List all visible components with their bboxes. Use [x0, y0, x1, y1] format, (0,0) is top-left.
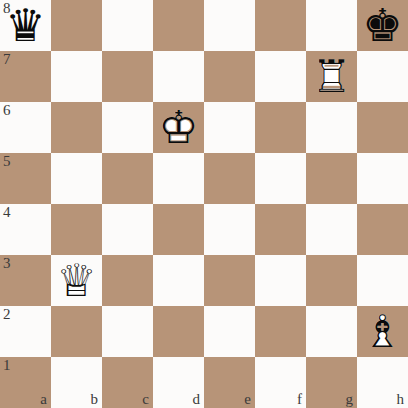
square-g3[interactable] — [306, 255, 357, 306]
square-e4[interactable] — [204, 204, 255, 255]
piece-outline: ♔ — [158, 101, 198, 154]
piece-white-rook[interactable]: ♜♖ — [311, 54, 351, 99]
square-c8[interactable] — [102, 0, 153, 51]
piece-white-king[interactable]: ♚♔ — [158, 105, 198, 150]
square-b5[interactable] — [51, 153, 102, 204]
piece-outline: ♗ — [362, 305, 402, 358]
square-c4[interactable] — [102, 204, 153, 255]
square-h5[interactable] — [357, 153, 408, 204]
square-h4[interactable] — [357, 204, 408, 255]
square-b6[interactable] — [51, 102, 102, 153]
square-e1[interactable]: e — [204, 357, 255, 408]
square-g4[interactable] — [306, 204, 357, 255]
rank-label-1: 1 — [3, 358, 11, 373]
square-f2[interactable] — [255, 306, 306, 357]
chess-board: 8♛♚7♜♖6♚♔543♛♕2♝♗1abcdefgh — [0, 0, 408, 408]
rank-label-6: 6 — [3, 103, 11, 118]
square-b7[interactable] — [51, 51, 102, 102]
square-b3[interactable]: ♛♕ — [51, 255, 102, 306]
square-f4[interactable] — [255, 204, 306, 255]
square-f7[interactable] — [255, 51, 306, 102]
square-a4[interactable]: 4 — [0, 204, 51, 255]
file-label-g: g — [346, 392, 354, 407]
square-g5[interactable] — [306, 153, 357, 204]
square-b8[interactable] — [51, 0, 102, 51]
square-c2[interactable] — [102, 306, 153, 357]
square-e8[interactable] — [204, 0, 255, 51]
rank-label-3: 3 — [3, 256, 11, 271]
square-a7[interactable]: 7 — [0, 51, 51, 102]
square-h7[interactable] — [357, 51, 408, 102]
square-a8[interactable]: 8♛ — [0, 0, 51, 51]
file-label-h: h — [397, 392, 405, 407]
square-e3[interactable] — [204, 255, 255, 306]
square-h6[interactable] — [357, 102, 408, 153]
piece-black-king[interactable]: ♚ — [362, 3, 402, 48]
square-d7[interactable] — [153, 51, 204, 102]
file-label-c: c — [142, 392, 149, 407]
file-label-d: d — [193, 392, 201, 407]
square-h2[interactable]: ♝♗ — [357, 306, 408, 357]
square-d1[interactable]: d — [153, 357, 204, 408]
square-c1[interactable]: c — [102, 357, 153, 408]
square-c3[interactable] — [102, 255, 153, 306]
file-label-e: e — [244, 392, 251, 407]
piece-outline: ♕ — [56, 254, 96, 307]
piece-black-queen[interactable]: ♛ — [5, 3, 45, 48]
rank-label-4: 4 — [3, 205, 11, 220]
square-c6[interactable] — [102, 102, 153, 153]
piece-outline: ♖ — [311, 50, 351, 103]
square-c5[interactable] — [102, 153, 153, 204]
square-d4[interactable] — [153, 204, 204, 255]
square-f1[interactable]: f — [255, 357, 306, 408]
rank-label-7: 7 — [3, 52, 11, 67]
square-a6[interactable]: 6 — [0, 102, 51, 153]
square-d2[interactable] — [153, 306, 204, 357]
square-b1[interactable]: b — [51, 357, 102, 408]
square-b2[interactable] — [51, 306, 102, 357]
square-h1[interactable]: h — [357, 357, 408, 408]
square-f3[interactable] — [255, 255, 306, 306]
square-g8[interactable] — [306, 0, 357, 51]
square-f6[interactable] — [255, 102, 306, 153]
rank-label-8: 8 — [3, 1, 11, 16]
square-b4[interactable] — [51, 204, 102, 255]
piece-white-queen[interactable]: ♛♕ — [56, 258, 96, 303]
square-f5[interactable] — [255, 153, 306, 204]
square-g7[interactable]: ♜♖ — [306, 51, 357, 102]
file-label-f: f — [297, 392, 302, 407]
square-h8[interactable]: ♚ — [357, 0, 408, 51]
rank-label-5: 5 — [3, 154, 11, 169]
file-label-a: a — [40, 392, 47, 407]
file-label-b: b — [91, 392, 99, 407]
square-h3[interactable] — [357, 255, 408, 306]
square-d8[interactable] — [153, 0, 204, 51]
square-g2[interactable] — [306, 306, 357, 357]
square-f8[interactable] — [255, 0, 306, 51]
piece-glyph: ♛ — [5, 0, 45, 52]
square-d5[interactable] — [153, 153, 204, 204]
piece-glyph: ♚ — [362, 0, 402, 52]
square-e6[interactable] — [204, 102, 255, 153]
square-d3[interactable] — [153, 255, 204, 306]
square-a3[interactable]: 3 — [0, 255, 51, 306]
square-g6[interactable] — [306, 102, 357, 153]
square-e7[interactable] — [204, 51, 255, 102]
piece-white-bishop[interactable]: ♝♗ — [362, 309, 402, 354]
square-e2[interactable] — [204, 306, 255, 357]
square-a5[interactable]: 5 — [0, 153, 51, 204]
square-e5[interactable] — [204, 153, 255, 204]
square-c7[interactable] — [102, 51, 153, 102]
rank-label-2: 2 — [3, 307, 11, 322]
square-a2[interactable]: 2 — [0, 306, 51, 357]
square-g1[interactable]: g — [306, 357, 357, 408]
square-a1[interactable]: 1a — [0, 357, 51, 408]
square-d6[interactable]: ♚♔ — [153, 102, 204, 153]
